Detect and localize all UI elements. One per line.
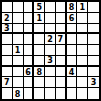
cell-r3c8[interactable] — [77, 24, 88, 35]
cell-r2c4: 1 — [34, 13, 45, 24]
cell-r7c5[interactable] — [45, 67, 56, 78]
cell-r9c2: 8 — [13, 88, 24, 99]
cell-r3c1: 3 — [2, 24, 13, 35]
cell-r9c3[interactable] — [24, 88, 35, 99]
given-digit: 1 — [36, 14, 42, 22]
cell-r5c8[interactable] — [77, 45, 88, 56]
cell-r7c2[interactable] — [13, 67, 24, 78]
cell-r6c1[interactable] — [2, 56, 13, 67]
cell-r5c3[interactable] — [24, 45, 35, 56]
given-digit: 4 — [69, 68, 75, 76]
cell-r7c6[interactable] — [56, 67, 67, 78]
cell-r1c6[interactable] — [56, 2, 67, 13]
cell-r9c7[interactable] — [67, 88, 78, 99]
cell-r4c5: 2 — [45, 34, 56, 45]
cell-r4c1[interactable] — [2, 34, 13, 45]
cell-r3c2[interactable] — [13, 24, 24, 35]
given-digit: 5 — [36, 3, 42, 11]
cell-r9c5[interactable] — [45, 88, 56, 99]
given-digit: 3 — [47, 57, 53, 65]
given-digit: 2 — [47, 36, 53, 44]
cell-r8c5[interactable] — [45, 77, 56, 88]
cell-r5c1[interactable] — [2, 45, 13, 56]
cell-r8c8[interactable] — [77, 77, 88, 88]
cell-r8c1: 7 — [2, 77, 13, 88]
cell-r1c5[interactable] — [45, 2, 56, 13]
cell-r2c7: 6 — [67, 13, 78, 24]
cell-r3c6[interactable] — [56, 24, 67, 35]
given-digit: 1 — [15, 46, 21, 54]
cell-r1c3[interactable] — [24, 2, 35, 13]
given-digit: 3 — [4, 24, 10, 32]
cell-r6c6[interactable] — [56, 56, 67, 67]
cell-r7c7: 4 — [67, 67, 78, 78]
cell-r9c9[interactable] — [88, 88, 99, 99]
cell-r8c3[interactable] — [24, 77, 35, 88]
cell-r1c9[interactable] — [88, 2, 99, 13]
cell-r8c9: 3 — [88, 77, 99, 88]
cell-r1c1[interactable] — [2, 2, 13, 13]
cell-r6c5: 3 — [45, 56, 56, 67]
cell-r4c6: 7 — [56, 34, 67, 45]
cell-r9c1[interactable] — [2, 88, 13, 99]
given-digit: 8 — [69, 3, 75, 11]
cell-r3c3[interactable] — [24, 24, 35, 35]
cell-r4c2[interactable] — [13, 34, 24, 45]
cell-r5c5[interactable] — [45, 45, 56, 56]
given-digit: 6 — [25, 68, 31, 76]
cell-r5c2: 1 — [13, 45, 24, 56]
sudoku-board: 58121632713684738 — [0, 0, 101, 101]
given-digit: 6 — [69, 14, 75, 22]
cell-r7c8[interactable] — [77, 67, 88, 78]
cell-r2c6[interactable] — [56, 13, 67, 24]
cell-r1c2[interactable] — [13, 2, 24, 13]
cell-r2c5[interactable] — [45, 13, 56, 24]
cell-r4c7[interactable] — [67, 34, 78, 45]
cell-r3c4[interactable] — [34, 24, 45, 35]
cell-r5c6[interactable] — [56, 45, 67, 56]
cell-r7c9[interactable] — [88, 67, 99, 78]
cell-r9c6[interactable] — [56, 88, 67, 99]
given-digit: 7 — [4, 79, 10, 87]
cell-r7c1[interactable] — [2, 67, 13, 78]
cell-r5c7[interactable] — [67, 45, 78, 56]
cell-r7c3: 6 — [24, 67, 35, 78]
given-digit: 8 — [36, 68, 42, 76]
cell-r3c5[interactable] — [45, 24, 56, 35]
cell-r2c2[interactable] — [13, 13, 24, 24]
given-digit: 8 — [15, 90, 21, 98]
cell-r8c2[interactable] — [13, 77, 24, 88]
cell-r3c9[interactable] — [88, 24, 99, 35]
cell-r6c7[interactable] — [67, 56, 78, 67]
cell-r8c6[interactable] — [56, 77, 67, 88]
cell-r9c8[interactable] — [77, 88, 88, 99]
cell-r5c4[interactable] — [34, 45, 45, 56]
given-digit: 1 — [80, 3, 86, 11]
cell-r3c7[interactable] — [67, 24, 78, 35]
cell-r2c1: 2 — [2, 13, 13, 24]
cell-r6c3[interactable] — [24, 56, 35, 67]
cell-r8c7[interactable] — [67, 77, 78, 88]
cell-r2c3[interactable] — [24, 13, 35, 24]
cell-r6c4[interactable] — [34, 56, 45, 67]
given-digit: 2 — [4, 14, 10, 22]
cell-r6c9[interactable] — [88, 56, 99, 67]
cell-r2c9[interactable] — [88, 13, 99, 24]
given-digit: 7 — [57, 36, 63, 44]
given-digit: 3 — [91, 79, 97, 87]
cell-r4c3[interactable] — [24, 34, 35, 45]
cell-r6c8[interactable] — [77, 56, 88, 67]
cell-r5c9[interactable] — [88, 45, 99, 56]
cell-r1c8: 1 — [77, 2, 88, 13]
cell-r2c8[interactable] — [77, 13, 88, 24]
cell-r4c8[interactable] — [77, 34, 88, 45]
cell-r1c7: 8 — [67, 2, 78, 13]
cell-r8c4[interactable] — [34, 77, 45, 88]
cell-r9c4[interactable] — [34, 88, 45, 99]
cell-r1c4: 5 — [34, 2, 45, 13]
cell-r4c9[interactable] — [88, 34, 99, 45]
cell-r6c2[interactable] — [13, 56, 24, 67]
cell-r7c4: 8 — [34, 67, 45, 78]
cell-r4c4[interactable] — [34, 34, 45, 45]
